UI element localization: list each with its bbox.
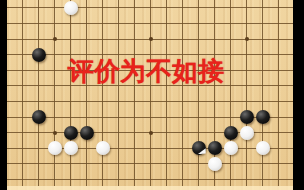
caption-text: 评价为不如接 (68, 57, 236, 85)
star-point (149, 37, 153, 41)
go-stone-white (240, 126, 254, 140)
grid-line-horizontal (7, 54, 293, 55)
grid-line-vertical (22, 0, 23, 186)
grid-line-vertical (182, 0, 183, 186)
go-stone-white (224, 141, 238, 155)
star-point (245, 37, 249, 41)
grid-line-vertical (102, 0, 103, 186)
grid-line-vertical (150, 0, 151, 186)
grid-line-vertical (262, 0, 263, 186)
grid-line-horizontal (7, 179, 293, 180)
grid-line-vertical (230, 0, 231, 186)
grid-line-vertical (54, 0, 55, 186)
go-stone-white (64, 1, 78, 15)
star-point (149, 131, 153, 135)
go-stone-black (192, 141, 206, 155)
grid-line-horizontal (7, 23, 293, 24)
letterbox-right-bar (293, 0, 304, 190)
grid-line-vertical (278, 0, 279, 186)
go-stone-black (224, 126, 238, 140)
star-point (53, 131, 57, 135)
video-frame: 评价为不如接 (0, 0, 304, 190)
board-bottom-edge (7, 186, 293, 190)
go-stone-black (240, 110, 254, 124)
grid-line-vertical (38, 0, 39, 186)
grid-line-horizontal (7, 7, 293, 8)
grid-line-vertical (166, 0, 167, 186)
grid-line-horizontal (7, 163, 293, 164)
grid-line-vertical (134, 0, 135, 186)
go-stone-white (256, 141, 270, 155)
go-stone-black (256, 110, 270, 124)
star-point (53, 37, 57, 41)
go-stone-black (80, 126, 94, 140)
grid-line-vertical (70, 0, 71, 186)
last-move-triangle-icon (198, 148, 206, 154)
go-stone-black (64, 126, 78, 140)
go-stone-white (64, 141, 78, 155)
grid-line-vertical (246, 0, 247, 186)
go-stone-white (48, 141, 62, 155)
go-stone-black (32, 110, 46, 124)
go-stone-black (208, 141, 222, 155)
go-stone-white (96, 141, 110, 155)
grid-line-vertical (118, 0, 119, 186)
letterbox-left-bar (0, 0, 7, 190)
go-stone-black (32, 48, 46, 62)
grid-line-vertical (198, 0, 199, 186)
go-stone-white (208, 157, 222, 171)
go-board (7, 0, 293, 190)
grid-line-horizontal (7, 101, 293, 102)
grid-line-vertical (86, 0, 87, 186)
